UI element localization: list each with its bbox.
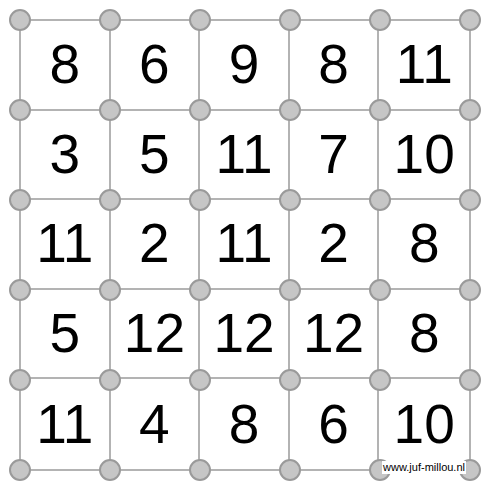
- grid-cell: 11: [200, 111, 290, 201]
- grid-cell: 6: [290, 379, 380, 469]
- number-grid: 8 6 9 8 11 3 5 11 7 10 11 2 11 2 8 5 12 …: [19, 19, 471, 471]
- grid-cell: 3: [21, 111, 111, 201]
- cell-value: 12: [213, 306, 274, 361]
- cell-value: 8: [409, 216, 440, 271]
- cell-value: 12: [124, 306, 185, 361]
- grid-cell: 6: [111, 21, 201, 111]
- grid-cell: 10: [379, 379, 469, 469]
- grid-cell: 4: [111, 379, 201, 469]
- cell-value: 7: [318, 127, 349, 182]
- grid-cell: 5: [111, 111, 201, 201]
- grid-cell: 7: [290, 111, 380, 201]
- cell-value: 8: [50, 37, 81, 92]
- puzzle-board: 8 6 9 8 11 3 5 11 7 10 11 2 11 2 8 5 12 …: [0, 0, 493, 491]
- cell-value: 6: [139, 37, 170, 92]
- grid-cell: 8: [290, 21, 380, 111]
- grid-cell: 8: [200, 379, 290, 469]
- cell-value: 11: [36, 216, 93, 271]
- grid-cell: 8: [21, 21, 111, 111]
- cell-value: 8: [409, 306, 440, 361]
- grid-cell: 11: [379, 21, 469, 111]
- grid-cell: 8: [379, 290, 469, 380]
- grid-cell: 11: [21, 200, 111, 290]
- grid-cell: 10: [379, 111, 469, 201]
- grid-cell: 12: [290, 290, 380, 380]
- cell-value: 9: [229, 37, 260, 92]
- grid-cell: 12: [200, 290, 290, 380]
- cell-value: 6: [318, 397, 349, 452]
- cell-value: 11: [215, 127, 272, 182]
- grid-cell: 11: [21, 379, 111, 469]
- cell-value: 11: [36, 397, 93, 452]
- cell-value: 2: [318, 216, 349, 271]
- cell-value: 5: [139, 127, 170, 182]
- grid-cell: 2: [290, 200, 380, 290]
- cell-value: 12: [303, 306, 364, 361]
- cell-value: 11: [215, 216, 272, 271]
- grid-cell: 12: [111, 290, 201, 380]
- grid-cell: 5: [21, 290, 111, 380]
- grid-cell: 11: [200, 200, 290, 290]
- cell-value: 10: [394, 397, 455, 452]
- cell-value: 2: [139, 216, 170, 271]
- cell-value: 5: [50, 306, 81, 361]
- grid-cell: 9: [200, 21, 290, 111]
- cell-value: 10: [394, 127, 455, 182]
- cell-value: 3: [50, 127, 81, 182]
- grid-cell: 2: [111, 200, 201, 290]
- watermark: www.juf-millou.nl: [382, 461, 466, 474]
- cell-value: 11: [396, 37, 453, 92]
- grid-cell: 8: [379, 200, 469, 290]
- cell-value: 8: [229, 397, 260, 452]
- cell-value: 4: [139, 397, 170, 452]
- cell-value: 8: [318, 37, 349, 92]
